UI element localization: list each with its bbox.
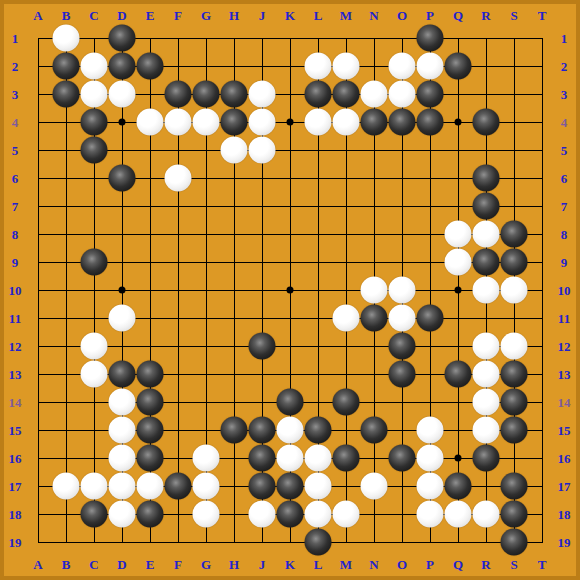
- star-point: [455, 287, 462, 294]
- stone-white: [389, 81, 416, 108]
- row-label-right: 17: [558, 480, 571, 493]
- stone-white: [221, 137, 248, 164]
- stone-white: [333, 501, 360, 528]
- go-board[interactable]: AABBCCDDEEFFGGHHJJKKLLMMNNOOPPQQRRSSTT11…: [0, 0, 580, 580]
- stone-black: [277, 389, 304, 416]
- stone-white: [389, 53, 416, 80]
- stone-black: [361, 305, 388, 332]
- row-label-left: 1: [12, 32, 19, 45]
- stone-black: [81, 501, 108, 528]
- col-label-top: G: [201, 9, 211, 22]
- col-label-bottom: E: [146, 558, 155, 571]
- stone-white: [277, 417, 304, 444]
- row-label-right: 18: [558, 508, 571, 521]
- stone-white: [249, 81, 276, 108]
- stone-black: [221, 81, 248, 108]
- row-label-right: 12: [558, 340, 571, 353]
- col-label-top: B: [62, 9, 71, 22]
- stone-black: [137, 53, 164, 80]
- row-label-left: 3: [12, 88, 19, 101]
- row-label-right: 9: [561, 256, 568, 269]
- stone-white: [193, 501, 220, 528]
- stone-white: [389, 277, 416, 304]
- stone-black: [389, 109, 416, 136]
- stone-white: [361, 81, 388, 108]
- stone-black: [501, 389, 528, 416]
- stone-white: [193, 445, 220, 472]
- stone-black: [417, 305, 444, 332]
- stone-black: [305, 81, 332, 108]
- stone-white: [361, 473, 388, 500]
- stone-black: [501, 361, 528, 388]
- stone-white: [249, 109, 276, 136]
- row-label-left: 5: [12, 144, 19, 157]
- stone-black: [501, 473, 528, 500]
- col-label-bottom: L: [314, 558, 323, 571]
- col-label-top: L: [314, 9, 323, 22]
- stone-black: [109, 361, 136, 388]
- stone-black: [473, 193, 500, 220]
- row-label-right: 10: [558, 284, 571, 297]
- stone-black: [165, 473, 192, 500]
- stone-black: [53, 81, 80, 108]
- stone-black: [109, 53, 136, 80]
- stone-black: [389, 445, 416, 472]
- stone-black: [501, 529, 528, 556]
- stone-black: [221, 417, 248, 444]
- stone-black: [333, 81, 360, 108]
- stone-black: [249, 333, 276, 360]
- stone-white: [137, 109, 164, 136]
- stone-white: [417, 417, 444, 444]
- col-label-top: S: [510, 9, 517, 22]
- stone-black: [137, 389, 164, 416]
- row-label-left: 6: [12, 172, 19, 185]
- row-label-right: 15: [558, 424, 571, 437]
- row-label-right: 5: [561, 144, 568, 157]
- row-label-left: 2: [12, 60, 19, 73]
- row-label-left: 4: [12, 116, 19, 129]
- col-label-bottom: N: [369, 558, 378, 571]
- col-label-top: D: [117, 9, 126, 22]
- col-label-top: K: [285, 9, 295, 22]
- col-label-bottom: O: [397, 558, 407, 571]
- stone-black: [81, 109, 108, 136]
- stone-white: [361, 277, 388, 304]
- stone-white: [109, 81, 136, 108]
- row-label-left: 13: [9, 368, 22, 381]
- stone-white: [417, 473, 444, 500]
- row-label-right: 2: [561, 60, 568, 73]
- col-label-bottom: P: [426, 558, 434, 571]
- stone-white: [333, 53, 360, 80]
- stone-white: [445, 249, 472, 276]
- col-label-bottom: J: [259, 558, 266, 571]
- stone-white: [53, 473, 80, 500]
- row-label-right: 3: [561, 88, 568, 101]
- stone-white: [53, 25, 80, 52]
- stone-black: [501, 417, 528, 444]
- stone-white: [501, 277, 528, 304]
- stone-white: [473, 501, 500, 528]
- stone-white: [473, 333, 500, 360]
- stone-white: [109, 473, 136, 500]
- row-label-left: 15: [9, 424, 22, 437]
- row-label-right: 8: [561, 228, 568, 241]
- stone-white: [193, 109, 220, 136]
- col-label-top: Q: [453, 9, 463, 22]
- stone-white: [445, 221, 472, 248]
- col-label-bottom: M: [340, 558, 352, 571]
- stone-white: [473, 361, 500, 388]
- stone-black: [417, 109, 444, 136]
- stone-white: [473, 277, 500, 304]
- stone-black: [305, 529, 332, 556]
- col-label-bottom: T: [538, 558, 547, 571]
- stone-white: [249, 501, 276, 528]
- stone-black: [81, 249, 108, 276]
- stone-black: [221, 109, 248, 136]
- row-label-left: 9: [12, 256, 19, 269]
- stone-black: [53, 53, 80, 80]
- row-label-right: 7: [561, 200, 568, 213]
- stone-white: [81, 473, 108, 500]
- row-label-left: 10: [9, 284, 22, 297]
- stone-black: [417, 81, 444, 108]
- stone-white: [417, 501, 444, 528]
- stone-black: [165, 81, 192, 108]
- stone-white: [333, 305, 360, 332]
- stone-black: [109, 25, 136, 52]
- col-label-top: F: [174, 9, 182, 22]
- stone-black: [137, 361, 164, 388]
- stone-white: [305, 501, 332, 528]
- stone-black: [333, 389, 360, 416]
- col-label-bottom: C: [89, 558, 98, 571]
- stone-black: [193, 81, 220, 108]
- stone-white: [249, 137, 276, 164]
- stone-black: [277, 501, 304, 528]
- stone-black: [277, 473, 304, 500]
- stone-white: [305, 109, 332, 136]
- stone-black: [137, 501, 164, 528]
- star-point: [455, 119, 462, 126]
- star-point: [119, 119, 126, 126]
- col-label-bottom: F: [174, 558, 182, 571]
- stone-white: [445, 501, 472, 528]
- row-label-right: 6: [561, 172, 568, 185]
- stone-white: [193, 473, 220, 500]
- col-label-bottom: D: [117, 558, 126, 571]
- stone-black: [305, 417, 332, 444]
- row-label-right: 14: [558, 396, 571, 409]
- stone-white: [333, 109, 360, 136]
- stone-white: [137, 473, 164, 500]
- stone-black: [249, 417, 276, 444]
- col-label-top: P: [426, 9, 434, 22]
- stone-black: [473, 109, 500, 136]
- col-label-top: E: [146, 9, 155, 22]
- col-label-bottom: B: [62, 558, 71, 571]
- col-label-top: M: [340, 9, 352, 22]
- stone-black: [445, 361, 472, 388]
- col-label-bottom: K: [285, 558, 295, 571]
- stone-black: [473, 249, 500, 276]
- stone-black: [445, 53, 472, 80]
- col-label-bottom: G: [201, 558, 211, 571]
- col-label-bottom: Q: [453, 558, 463, 571]
- row-label-left: 16: [9, 452, 22, 465]
- stone-black: [361, 109, 388, 136]
- stone-white: [109, 501, 136, 528]
- stone-white: [305, 53, 332, 80]
- row-label-right: 1: [561, 32, 568, 45]
- col-label-bottom: H: [229, 558, 239, 571]
- stone-black: [501, 221, 528, 248]
- row-label-left: 11: [9, 312, 21, 325]
- col-label-top: J: [259, 9, 266, 22]
- star-point: [287, 119, 294, 126]
- stone-white: [417, 53, 444, 80]
- stone-black: [333, 445, 360, 472]
- stone-black: [137, 445, 164, 472]
- stone-white: [277, 445, 304, 472]
- row-label-left: 8: [12, 228, 19, 241]
- stone-white: [305, 473, 332, 500]
- row-label-right: 13: [558, 368, 571, 381]
- stone-white: [165, 165, 192, 192]
- col-label-bottom: S: [510, 558, 517, 571]
- col-label-bottom: R: [481, 558, 490, 571]
- col-label-top: O: [397, 9, 407, 22]
- col-label-top: N: [369, 9, 378, 22]
- stone-white: [81, 53, 108, 80]
- row-label-left: 17: [9, 480, 22, 493]
- stone-white: [473, 417, 500, 444]
- stone-black: [361, 417, 388, 444]
- star-point: [119, 287, 126, 294]
- stone-black: [81, 137, 108, 164]
- stone-white: [501, 333, 528, 360]
- stone-black: [473, 445, 500, 472]
- row-label-left: 14: [9, 396, 22, 409]
- star-point: [287, 287, 294, 294]
- stone-white: [473, 221, 500, 248]
- stone-black: [501, 501, 528, 528]
- stone-white: [81, 81, 108, 108]
- stone-white: [81, 361, 108, 388]
- stone-black: [389, 361, 416, 388]
- stone-white: [109, 389, 136, 416]
- stone-black: [445, 473, 472, 500]
- stone-black: [249, 473, 276, 500]
- stone-white: [389, 305, 416, 332]
- row-label-left: 19: [9, 536, 22, 549]
- row-label-right: 11: [558, 312, 570, 325]
- row-label-right: 16: [558, 452, 571, 465]
- stone-white: [305, 445, 332, 472]
- col-label-top: H: [229, 9, 239, 22]
- star-point: [455, 455, 462, 462]
- stone-white: [109, 417, 136, 444]
- stone-white: [109, 305, 136, 332]
- col-label-top: A: [33, 9, 42, 22]
- stone-white: [81, 333, 108, 360]
- stone-white: [165, 109, 192, 136]
- row-label-left: 18: [9, 508, 22, 521]
- stone-white: [473, 389, 500, 416]
- row-label-right: 4: [561, 116, 568, 129]
- row-label-left: 12: [9, 340, 22, 353]
- stone-black: [137, 417, 164, 444]
- stone-black: [389, 333, 416, 360]
- stone-black: [473, 165, 500, 192]
- stone-white: [417, 445, 444, 472]
- row-label-right: 19: [558, 536, 571, 549]
- col-label-top: C: [89, 9, 98, 22]
- col-label-bottom: A: [33, 558, 42, 571]
- col-label-top: T: [538, 9, 547, 22]
- stone-black: [249, 445, 276, 472]
- col-label-top: R: [481, 9, 490, 22]
- stone-black: [109, 165, 136, 192]
- stone-black: [501, 249, 528, 276]
- stone-black: [417, 25, 444, 52]
- stone-white: [109, 445, 136, 472]
- row-label-left: 7: [12, 200, 19, 213]
